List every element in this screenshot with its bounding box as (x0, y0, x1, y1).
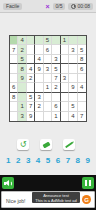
numpad-5[interactable]: 5 (46, 156, 50, 165)
cell-r7c5[interactable] (44, 93, 52, 102)
cell-r2c1[interactable]: 7 (10, 45, 18, 54)
cell-r1c7[interactable]: 1 (61, 36, 69, 45)
cell-r3c4[interactable]: 4 (35, 55, 43, 64)
cell-r9c6[interactable]: 1 (52, 112, 60, 121)
cell-r7c3[interactable]: 5 (27, 93, 35, 102)
numpad-8[interactable]: 8 (76, 156, 80, 165)
cell-r1c2[interactable]: 4 (18, 36, 26, 45)
cell-r3c2[interactable]: 5 (18, 55, 26, 64)
cell-r7c4[interactable]: 3 (35, 93, 43, 102)
speaker-icon (3, 179, 13, 187)
cell-r2c2[interactable]: 2 (18, 45, 26, 54)
cell-r8c2[interactable]: 1 (18, 102, 26, 111)
cell-r5c1[interactable] (10, 74, 18, 83)
toolbar: ↺ (17, 139, 75, 151)
cell-r8c9[interactable] (78, 102, 86, 111)
cell-r5c2[interactable]: 9 (18, 74, 26, 83)
cell-r4c4[interactable]: 9 (35, 64, 43, 73)
cell-r3c5[interactable] (44, 55, 52, 64)
cell-r4c9[interactable]: 6 (78, 64, 86, 73)
ad-overlay-line2: This is a AdMob test ad (32, 198, 80, 203)
difficulty-badge[interactable]: Facile (3, 3, 22, 10)
eraser-button[interactable] (40, 139, 52, 150)
cell-r2c7[interactable] (61, 45, 69, 54)
mistakes-x-icon: × (45, 3, 49, 10)
undo-icon: ↺ (20, 141, 27, 149)
cell-r7c7[interactable] (61, 93, 69, 102)
cell-r3c1[interactable] (10, 55, 18, 64)
pause-icon (85, 180, 91, 186)
cell-r1c9[interactable] (78, 36, 86, 45)
numpad-6[interactable]: 6 (56, 156, 60, 165)
cell-r7c2[interactable] (18, 93, 26, 102)
bottom-bar: Nice job! Announce test This is a AdMob … (0, 175, 96, 210)
cell-r1c8[interactable] (69, 36, 77, 45)
cell-r8c8[interactable]: 5 (69, 102, 77, 111)
cell-r9c3[interactable]: 9 (27, 112, 35, 121)
cell-r8c4[interactable]: 2 (35, 102, 43, 111)
ad-headline: Nice job! (6, 198, 25, 204)
numpad-2[interactable]: 2 (16, 156, 20, 165)
numpad-7[interactable]: 7 (66, 156, 70, 165)
cell-r6c2[interactable] (18, 83, 26, 92)
cell-r1c5[interactable]: 5 (44, 36, 52, 45)
cell-r2c6[interactable] (52, 45, 60, 54)
cell-r4c1[interactable] (10, 64, 18, 73)
cell-r6c8[interactable]: 9 (69, 83, 77, 92)
top-bar: Facile × 0/5 00:08 (0, 0, 96, 13)
cell-r5c8[interactable] (69, 74, 77, 83)
cell-r3c7[interactable] (61, 55, 69, 64)
cell-r4c7[interactable] (61, 64, 69, 73)
cell-r5c9[interactable] (78, 74, 86, 83)
numpad-3[interactable]: 3 (26, 156, 30, 165)
mistakes-counter: 0/5 (53, 3, 66, 10)
cell-r2c5[interactable]: 6 (44, 45, 52, 54)
ad-banner[interactable]: Nice job! Announce test This is a AdMob … (1, 191, 95, 208)
cell-r5c4[interactable] (35, 74, 43, 83)
timer-widget: 00:08 (68, 3, 93, 10)
cell-r5c6[interactable]: 7 (52, 74, 60, 83)
cell-r9c8[interactable]: 4 (69, 112, 77, 121)
ad-test-overlay: Announce test This is a AdMob test ad (32, 192, 80, 203)
cell-r8c1[interactable] (10, 102, 18, 111)
clock-icon (71, 4, 76, 9)
cell-r4c3[interactable]: 4 (27, 64, 35, 73)
cell-r2c9[interactable]: 5 (78, 45, 86, 54)
cell-r9c9[interactable]: 7 (78, 112, 86, 121)
pause-button[interactable] (82, 177, 94, 189)
cell-r8c6[interactable]: 6 (52, 102, 60, 111)
cell-r1c1[interactable] (10, 36, 18, 45)
cell-r9c2[interactable]: 3 (18, 112, 26, 121)
cell-r6c3[interactable] (27, 83, 35, 92)
cell-r7c8[interactable] (69, 93, 77, 102)
cell-r3c6[interactable]: 3 (52, 55, 60, 64)
eraser-icon (42, 141, 50, 148)
cell-r4c2[interactable]: 8 (18, 64, 26, 73)
cell-r1c4[interactable] (35, 36, 43, 45)
undo-button[interactable]: ↺ (17, 139, 29, 150)
cell-r3c8[interactable] (69, 55, 77, 64)
cell-r4c6[interactable]: 5 (52, 64, 60, 73)
cell-r2c3[interactable] (27, 45, 35, 54)
pencil-button[interactable] (63, 139, 75, 150)
cell-r6c6[interactable]: 2 (52, 83, 60, 92)
cell-r6c9[interactable]: 4 (78, 83, 86, 92)
numpad-1[interactable]: 1 (6, 156, 10, 165)
cell-r8c5[interactable] (44, 102, 52, 111)
ad-logo-icon[interactable]: G (82, 195, 91, 204)
cell-r6c5[interactable]: 1 (44, 83, 52, 92)
cell-r9c7[interactable] (61, 112, 69, 121)
number-pad: 123456789 (6, 156, 90, 165)
cell-r5c3[interactable]: 2 (27, 74, 35, 83)
sudoku-grid: 4517263554388493569273612948531726539147 (9, 35, 87, 122)
cell-r5c5[interactable] (44, 74, 52, 83)
cell-r4c5[interactable]: 3 (44, 64, 52, 73)
cell-r2c4[interactable] (35, 45, 43, 54)
numpad-4[interactable]: 4 (36, 156, 40, 165)
cell-r3c3[interactable] (27, 55, 35, 64)
cell-r7c6[interactable] (52, 93, 60, 102)
pencil-icon (65, 141, 73, 147)
cell-r3c9[interactable]: 8 (78, 55, 86, 64)
cell-r9c1[interactable] (10, 112, 18, 121)
cell-r6c1[interactable]: 6 (10, 83, 18, 92)
cell-r6c4[interactable] (35, 83, 43, 92)
cell-r8c7[interactable] (61, 102, 69, 111)
cell-r9c4[interactable] (35, 112, 43, 121)
cell-r6c7[interactable] (61, 83, 69, 92)
cell-r1c6[interactable] (52, 36, 60, 45)
cell-r2c8[interactable]: 3 (69, 45, 77, 54)
cell-r7c9[interactable] (78, 93, 86, 102)
cell-r4c8[interactable] (69, 64, 77, 73)
cell-r9c5[interactable] (44, 112, 52, 121)
cell-r1c3[interactable] (27, 36, 35, 45)
cell-r7c1[interactable]: 8 (10, 93, 18, 102)
cell-r5c7[interactable]: 3 (61, 74, 69, 83)
timer-value: 00:08 (77, 3, 90, 10)
sound-button[interactable] (2, 177, 14, 189)
numpad-9[interactable]: 9 (86, 156, 90, 165)
cell-r8c3[interactable]: 7 (27, 102, 35, 111)
